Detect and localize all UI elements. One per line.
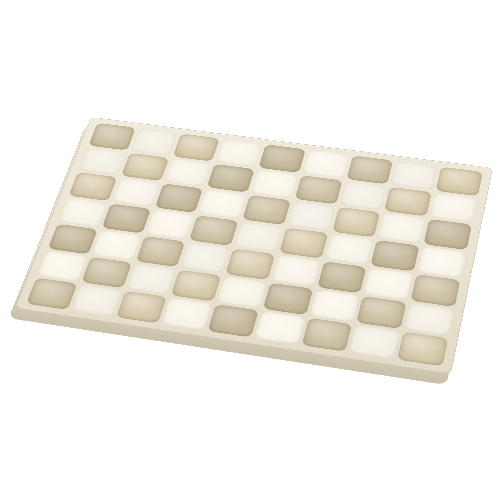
tile-r2c2 — [121, 153, 169, 181]
tile-r7c5 — [208, 304, 259, 337]
tile-r6c6 — [263, 283, 313, 316]
tile-r3c2 — [111, 178, 159, 207]
tile-r7c7 — [301, 318, 352, 352]
tile-r6c8 — [357, 296, 407, 329]
tile-r4c3 — [145, 209, 194, 239]
tile-r7c2 — [71, 284, 122, 316]
tile-r5c7 — [317, 261, 367, 293]
product-photo-canvas — [0, 0, 500, 500]
tile-r7c4 — [162, 298, 213, 331]
tile-r6c2 — [81, 257, 131, 288]
tile-r5c6 — [271, 255, 321, 287]
tile-r2c8 — [384, 187, 432, 217]
tile-r4c4 — [189, 215, 238, 245]
tile-r5c8 — [364, 268, 413, 300]
tile-r4c1 — [58, 198, 107, 228]
tile-r5c3 — [136, 236, 186, 267]
tile-r6c3 — [126, 263, 176, 295]
tile-r1c2 — [130, 128, 177, 156]
board-frame — [15, 117, 493, 374]
tile-r5c9 — [411, 274, 460, 307]
tile-r4c9 — [417, 246, 466, 278]
tile-r4c6 — [279, 228, 328, 259]
tile-r3c4 — [198, 189, 246, 219]
tile-r1c6 — [302, 150, 349, 179]
tile-r5c4 — [180, 242, 230, 273]
tile-r5c1 — [48, 224, 98, 254]
tile-r2c6 — [295, 175, 343, 204]
tile-r1c5 — [259, 144, 306, 172]
tile-r7c1 — [26, 278, 77, 310]
tile-r7c9 — [397, 332, 448, 366]
tile-r3c6 — [287, 201, 335, 231]
tile-r6c7 — [309, 289, 359, 322]
tile-r2c5 — [251, 169, 299, 198]
tile-r3c9 — [424, 219, 472, 250]
tile-r3c5 — [242, 195, 290, 225]
tile-r7c8 — [349, 325, 400, 359]
tile-r4c5 — [234, 221, 283, 252]
tile-r6c5 — [217, 276, 267, 308]
tile-r1c8 — [391, 161, 438, 190]
tile-r1c1 — [89, 123, 136, 150]
tile-r6c9 — [404, 303, 454, 337]
tile-r2c9 — [430, 193, 478, 223]
tile-r6c4 — [171, 269, 221, 301]
tile-r4c2 — [102, 203, 151, 233]
tile-r2c1 — [79, 147, 127, 175]
tile-r4c7 — [325, 234, 374, 265]
tile-r1c9 — [436, 167, 483, 196]
tile-r2c4 — [207, 164, 255, 193]
tile-r3c7 — [332, 207, 380, 237]
tile-r3c8 — [378, 213, 426, 244]
tile-r7c6 — [254, 311, 305, 345]
tile-r6c1 — [37, 250, 87, 281]
tile-r2c7 — [339, 181, 387, 211]
tile-r5c2 — [92, 230, 142, 261]
checkerboard — [15, 117, 493, 374]
tile-r1c4 — [215, 139, 262, 167]
tile-r4c8 — [371, 240, 420, 271]
tile-r3c1 — [69, 172, 117, 201]
tile-r2c3 — [164, 158, 212, 187]
tile-r5c5 — [225, 248, 275, 279]
tile-r7c3 — [116, 291, 167, 324]
tile-r1c7 — [346, 155, 393, 184]
tile-r1c3 — [173, 134, 220, 162]
tile-r3c3 — [155, 184, 203, 213]
